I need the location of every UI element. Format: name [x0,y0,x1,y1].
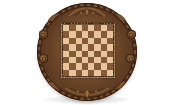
square-h1[interactable] [107,70,113,76]
chess-board-frame [61,23,115,78]
product-photo-scene [0,0,175,105]
chess-board-grid [63,25,113,76]
right-rosette-bottom-icon [126,54,135,63]
right-rosette-top-icon [127,30,136,39]
round-chess-board [37,3,137,101]
left-rosette-bottom-icon [39,54,48,63]
left-rosette-top-icon [39,30,48,39]
